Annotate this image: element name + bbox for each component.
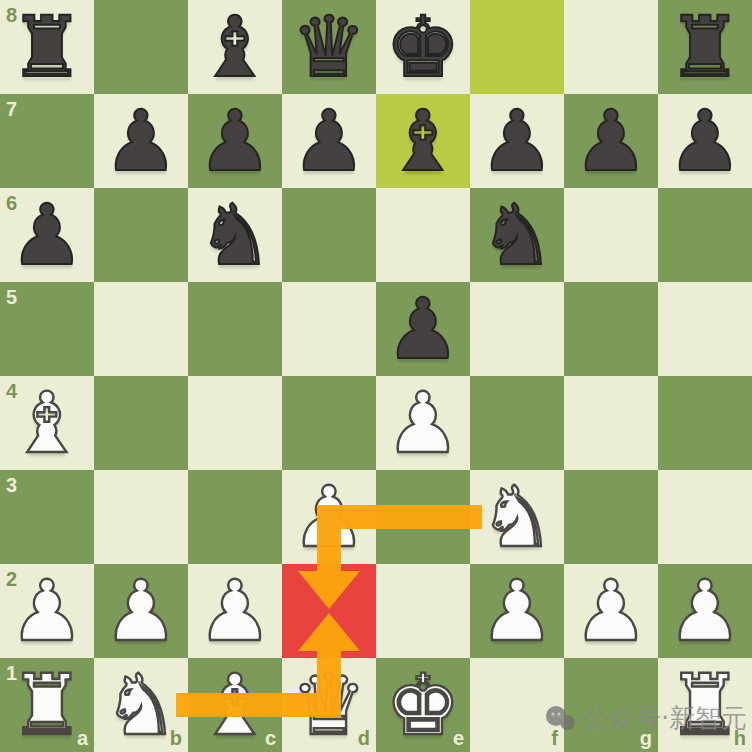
- black-rook-h8[interactable]: ♜: [658, 0, 752, 94]
- white-pawn-d3[interactable]: ♟: [282, 470, 376, 564]
- square-a3[interactable]: 3: [0, 470, 94, 564]
- white-rook-a1[interactable]: ♜: [0, 658, 94, 752]
- square-b8[interactable]: [94, 0, 188, 94]
- square-a8[interactable]: 8♜: [0, 0, 94, 94]
- square-d2[interactable]: [282, 564, 376, 658]
- white-pawn-f2[interactable]: ♟: [470, 564, 564, 658]
- square-b6[interactable]: [94, 188, 188, 282]
- square-e8[interactable]: ♚: [376, 0, 470, 94]
- square-h3[interactable]: [658, 470, 752, 564]
- white-queen-d1[interactable]: ♛: [282, 658, 376, 752]
- square-a4[interactable]: 4♝: [0, 376, 94, 470]
- square-d5[interactable]: [282, 282, 376, 376]
- white-bishop-a4[interactable]: ♝: [0, 376, 94, 470]
- square-h4[interactable]: [658, 376, 752, 470]
- board-grid: 8♜♝♛♚♜7♟♟♟♝♟♟♟6♟♞♞5♟4♝♟3♟♞2♟♟♟♟♟♟1a♜b♞c♝…: [0, 0, 752, 752]
- square-a6[interactable]: 6♟: [0, 188, 94, 282]
- square-g6[interactable]: [564, 188, 658, 282]
- white-pawn-e4[interactable]: ♟: [376, 376, 470, 470]
- black-pawn-a6[interactable]: ♟: [0, 188, 94, 282]
- square-b2[interactable]: ♟: [94, 564, 188, 658]
- square-f6[interactable]: ♞: [470, 188, 564, 282]
- black-pawn-g7[interactable]: ♟: [564, 94, 658, 188]
- square-b1[interactable]: b♞: [94, 658, 188, 752]
- square-b7[interactable]: ♟: [94, 94, 188, 188]
- square-f5[interactable]: [470, 282, 564, 376]
- square-h7[interactable]: ♟: [658, 94, 752, 188]
- black-pawn-h7[interactable]: ♟: [658, 94, 752, 188]
- square-c7[interactable]: ♟: [188, 94, 282, 188]
- file-label-g: g: [640, 728, 652, 748]
- square-a5[interactable]: 5: [0, 282, 94, 376]
- white-pawn-a2[interactable]: ♟: [0, 564, 94, 658]
- square-d4[interactable]: [282, 376, 376, 470]
- square-g3[interactable]: [564, 470, 658, 564]
- square-d3[interactable]: ♟: [282, 470, 376, 564]
- square-f8[interactable]: [470, 0, 564, 94]
- chess-board: 8♜♝♛♚♜7♟♟♟♝♟♟♟6♟♞♞5♟4♝♟3♟♞2♟♟♟♟♟♟1a♜b♞c♝…: [0, 0, 752, 752]
- black-pawn-c7[interactable]: ♟: [188, 94, 282, 188]
- black-rook-a8[interactable]: ♜: [0, 0, 94, 94]
- square-e6[interactable]: [376, 188, 470, 282]
- square-c4[interactable]: [188, 376, 282, 470]
- square-g2[interactable]: ♟: [564, 564, 658, 658]
- square-g4[interactable]: [564, 376, 658, 470]
- square-c2[interactable]: ♟: [188, 564, 282, 658]
- square-f2[interactable]: ♟: [470, 564, 564, 658]
- square-e4[interactable]: ♟: [376, 376, 470, 470]
- square-b4[interactable]: [94, 376, 188, 470]
- square-g7[interactable]: ♟: [564, 94, 658, 188]
- rank-label-3: 3: [6, 475, 17, 495]
- square-e5[interactable]: ♟: [376, 282, 470, 376]
- black-bishop-e7[interactable]: ♝: [376, 94, 470, 188]
- square-a1[interactable]: 1a♜: [0, 658, 94, 752]
- square-b3[interactable]: [94, 470, 188, 564]
- square-f4[interactable]: [470, 376, 564, 470]
- square-c1[interactable]: c♝: [188, 658, 282, 752]
- square-b5[interactable]: [94, 282, 188, 376]
- square-d8[interactable]: ♛: [282, 0, 376, 94]
- square-h2[interactable]: ♟: [658, 564, 752, 658]
- white-rook-h1[interactable]: ♜: [658, 658, 752, 752]
- square-d7[interactable]: ♟: [282, 94, 376, 188]
- square-c6[interactable]: ♞: [188, 188, 282, 282]
- square-d1[interactable]: d♛: [282, 658, 376, 752]
- black-knight-f6[interactable]: ♞: [470, 188, 564, 282]
- white-knight-f3[interactable]: ♞: [470, 470, 564, 564]
- square-h1[interactable]: h♜: [658, 658, 752, 752]
- square-g5[interactable]: [564, 282, 658, 376]
- square-g8[interactable]: [564, 0, 658, 94]
- black-bishop-c8[interactable]: ♝: [188, 0, 282, 94]
- square-e7[interactable]: ♝: [376, 94, 470, 188]
- square-g1[interactable]: g: [564, 658, 658, 752]
- white-pawn-g2[interactable]: ♟: [564, 564, 658, 658]
- square-h5[interactable]: [658, 282, 752, 376]
- black-pawn-d7[interactable]: ♟: [282, 94, 376, 188]
- square-e1[interactable]: e♚: [376, 658, 470, 752]
- white-pawn-h2[interactable]: ♟: [658, 564, 752, 658]
- rank-label-5: 5: [6, 287, 17, 307]
- square-a2[interactable]: 2♟: [0, 564, 94, 658]
- square-h8[interactable]: ♜: [658, 0, 752, 94]
- white-bishop-c1[interactable]: ♝: [188, 658, 282, 752]
- square-c3[interactable]: [188, 470, 282, 564]
- black-pawn-e5[interactable]: ♟: [376, 282, 470, 376]
- square-f7[interactable]: ♟: [470, 94, 564, 188]
- square-h6[interactable]: [658, 188, 752, 282]
- square-c8[interactable]: ♝: [188, 0, 282, 94]
- square-c5[interactable]: [188, 282, 282, 376]
- square-e2[interactable]: [376, 564, 470, 658]
- square-a7[interactable]: 7: [0, 94, 94, 188]
- square-e3[interactable]: [376, 470, 470, 564]
- black-queen-d8[interactable]: ♛: [282, 0, 376, 94]
- square-f3[interactable]: ♞: [470, 470, 564, 564]
- black-king-e8[interactable]: ♚: [376, 0, 470, 94]
- square-f1[interactable]: f: [470, 658, 564, 752]
- black-knight-c6[interactable]: ♞: [188, 188, 282, 282]
- file-label-f: f: [551, 728, 558, 748]
- white-king-e1[interactable]: ♚: [376, 658, 470, 752]
- black-pawn-f7[interactable]: ♟: [470, 94, 564, 188]
- rank-label-7: 7: [6, 99, 17, 119]
- square-d6[interactable]: [282, 188, 376, 282]
- white-pawn-c2[interactable]: ♟: [188, 564, 282, 658]
- white-knight-b1[interactable]: ♞: [94, 658, 188, 752]
- white-pawn-b2[interactable]: ♟: [94, 564, 188, 658]
- black-pawn-b7[interactable]: ♟: [94, 94, 188, 188]
